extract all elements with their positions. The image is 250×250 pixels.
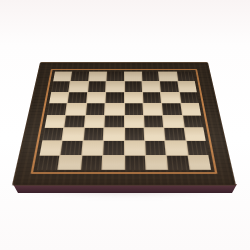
square-d8: [107, 72, 124, 82]
square-d3: [104, 128, 124, 141]
square-d5: [105, 103, 123, 114]
square-c5: [86, 103, 105, 114]
square-c1: [81, 155, 102, 169]
square-f1: [146, 155, 167, 169]
square-e8: [124, 72, 141, 82]
square-d7: [106, 82, 123, 92]
square-b5: [66, 103, 85, 114]
board-frame: [12, 62, 236, 185]
product-photo-background: [0, 0, 250, 250]
square-h7: [178, 82, 197, 92]
square-b1: [59, 155, 81, 169]
square-c3: [83, 128, 103, 141]
square-h3: [184, 128, 205, 141]
square-e2: [125, 141, 145, 154]
square-g2: [166, 141, 187, 154]
square-h5: [181, 103, 201, 114]
square-b7: [70, 82, 88, 92]
square-f7: [142, 82, 160, 92]
square-e3: [125, 128, 145, 141]
square-h1: [188, 155, 211, 169]
square-d4: [105, 115, 124, 127]
square-g1: [167, 155, 189, 169]
square-b3: [63, 128, 84, 141]
square-g3: [164, 128, 185, 141]
square-e7: [124, 82, 141, 92]
square-d6: [106, 92, 124, 103]
square-g8: [159, 72, 177, 82]
square-b6: [68, 92, 87, 103]
square-f4: [144, 115, 163, 127]
square-a5: [47, 103, 67, 114]
square-g5: [162, 103, 181, 114]
square-d1: [103, 155, 124, 169]
square-b2: [61, 141, 82, 154]
square-a7: [51, 82, 70, 92]
square-e5: [124, 103, 142, 114]
square-b4: [65, 115, 85, 127]
square-a1: [37, 155, 60, 169]
square-e4: [125, 115, 144, 127]
square-d2: [103, 141, 123, 154]
square-c7: [88, 82, 106, 92]
square-f3: [144, 128, 164, 141]
square-a6: [49, 92, 68, 103]
square-a8: [53, 72, 71, 82]
square-c2: [82, 141, 103, 154]
square-e6: [124, 92, 142, 103]
square-f2: [145, 141, 166, 154]
playing-field: [37, 72, 211, 170]
square-c6: [87, 92, 105, 103]
chess-board: [12, 62, 236, 185]
square-f5: [143, 103, 162, 114]
square-h8: [177, 72, 195, 82]
square-a2: [40, 141, 62, 154]
square-a4: [45, 115, 66, 127]
square-e1: [125, 155, 146, 169]
square-a3: [42, 128, 63, 141]
square-f8: [142, 72, 159, 82]
square-g4: [163, 115, 183, 127]
square-g6: [161, 92, 180, 103]
square-h2: [186, 141, 208, 154]
square-f6: [143, 92, 161, 103]
square-b8: [71, 72, 89, 82]
square-h6: [179, 92, 198, 103]
square-g7: [160, 82, 178, 92]
square-h4: [183, 115, 204, 127]
square-c4: [85, 115, 104, 127]
square-c8: [89, 72, 106, 82]
